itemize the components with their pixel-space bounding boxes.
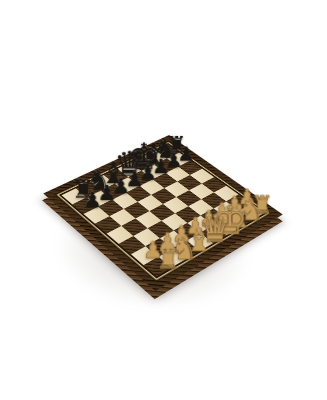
square-d5 — [138, 195, 163, 211]
white-bishop: ♝ — [225, 201, 244, 232]
square-g2: ♟ — [214, 201, 239, 217]
square-g4 — [189, 184, 214, 200]
square-c8: ♝ — [90, 175, 115, 190]
photo-background: ♜♞♝♛♚♝♞♜♟♟♟♟♟♟♟♟♟♟♟♟♟♟♟♟♜♞♝♛♚♝♞♜ — [0, 0, 327, 400]
